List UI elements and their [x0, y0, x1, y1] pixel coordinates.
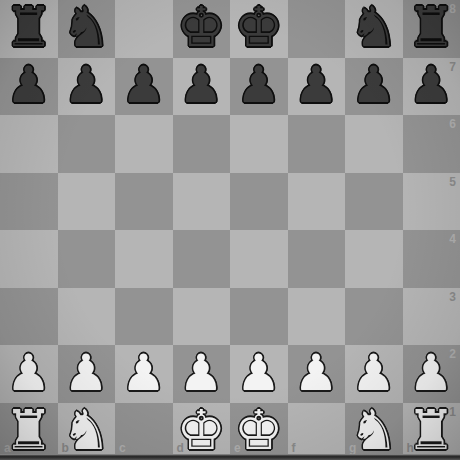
rank-label-4: 4	[449, 233, 456, 245]
chess-board: ♜♞♚♚♞♜8♟♟♟♟♟♟♟♟76543♟♟♟♟♟♟♟♟2♜a♞bc♚d♚ef♞…	[0, 0, 460, 460]
square-g6[interactable]	[345, 115, 403, 173]
square-a2[interactable]: ♟	[0, 345, 58, 403]
square-a1[interactable]: ♜a	[0, 403, 58, 460]
white-pawn-icon[interactable]: ♟	[294, 348, 339, 398]
square-b7[interactable]: ♟	[58, 58, 116, 116]
black-king-icon[interactable]: ♚	[234, 0, 283, 55]
square-b2[interactable]: ♟	[58, 345, 116, 403]
square-b6[interactable]	[58, 115, 116, 173]
square-h5[interactable]: 5	[403, 173, 460, 231]
square-d6[interactable]	[173, 115, 231, 173]
rank-label-7: 7	[449, 61, 456, 73]
white-pawn-icon[interactable]: ♟	[236, 348, 281, 398]
square-c4[interactable]	[115, 230, 173, 288]
square-e5[interactable]	[230, 173, 288, 231]
file-label-e: e	[234, 442, 241, 454]
black-pawn-icon[interactable]: ♟	[6, 60, 51, 110]
square-a6[interactable]	[0, 115, 58, 173]
white-pawn-icon[interactable]: ♟	[6, 348, 51, 398]
square-h3[interactable]: 3	[403, 288, 460, 346]
square-a4[interactable]	[0, 230, 58, 288]
square-g8[interactable]: ♞	[345, 0, 403, 58]
square-a5[interactable]	[0, 173, 58, 231]
file-label-g: g	[349, 442, 356, 454]
square-b5[interactable]	[58, 173, 116, 231]
square-b3[interactable]	[58, 288, 116, 346]
white-pawn-icon[interactable]: ♟	[64, 348, 109, 398]
black-rook-icon[interactable]: ♜	[4, 0, 53, 55]
rank-label-1: 1	[449, 406, 456, 418]
white-pawn-icon[interactable]: ♟	[121, 348, 166, 398]
square-c1[interactable]: c	[115, 403, 173, 460]
square-h1[interactable]: ♜1h	[403, 403, 460, 460]
black-pawn-icon[interactable]: ♟	[236, 60, 281, 110]
square-g1[interactable]: ♞g	[345, 403, 403, 460]
square-h2[interactable]: ♟2	[403, 345, 460, 403]
square-g3[interactable]	[345, 288, 403, 346]
black-pawn-icon[interactable]: ♟	[409, 60, 454, 110]
white-pawn-icon[interactable]: ♟	[409, 348, 454, 398]
square-g2[interactable]: ♟	[345, 345, 403, 403]
square-f3[interactable]	[288, 288, 346, 346]
white-pawn-icon[interactable]: ♟	[351, 348, 396, 398]
white-rook-icon[interactable]: ♜	[4, 403, 53, 458]
square-h7[interactable]: ♟7	[403, 58, 460, 116]
square-g7[interactable]: ♟	[345, 58, 403, 116]
square-c6[interactable]	[115, 115, 173, 173]
black-pawn-icon[interactable]: ♟	[121, 60, 166, 110]
board-bottom-edge	[0, 454, 460, 460]
black-knight-icon[interactable]: ♞	[62, 0, 111, 55]
square-d7[interactable]: ♟	[173, 58, 231, 116]
square-f2[interactable]: ♟	[288, 345, 346, 403]
black-king-icon[interactable]: ♚	[177, 0, 226, 55]
square-h8[interactable]: ♜8	[403, 0, 460, 58]
square-e1[interactable]: ♚e	[230, 403, 288, 460]
white-king-icon[interactable]: ♚	[177, 403, 226, 458]
white-knight-icon[interactable]: ♞	[62, 403, 111, 458]
square-c7[interactable]: ♟	[115, 58, 173, 116]
square-d5[interactable]	[173, 173, 231, 231]
black-pawn-icon[interactable]: ♟	[64, 60, 109, 110]
black-pawn-icon[interactable]: ♟	[294, 60, 339, 110]
square-d3[interactable]	[173, 288, 231, 346]
square-b4[interactable]	[58, 230, 116, 288]
square-b1[interactable]: ♞b	[58, 403, 116, 460]
square-a3[interactable]	[0, 288, 58, 346]
file-label-h: h	[407, 442, 414, 454]
square-d4[interactable]	[173, 230, 231, 288]
square-f1[interactable]: f	[288, 403, 346, 460]
white-knight-icon[interactable]: ♞	[349, 403, 398, 458]
square-a7[interactable]: ♟	[0, 58, 58, 116]
square-e8[interactable]: ♚	[230, 0, 288, 58]
file-label-f: f	[292, 442, 296, 454]
file-label-d: d	[177, 442, 184, 454]
black-knight-icon[interactable]: ♞	[349, 0, 398, 55]
square-e3[interactable]	[230, 288, 288, 346]
square-b8[interactable]: ♞	[58, 0, 116, 58]
square-c2[interactable]: ♟	[115, 345, 173, 403]
file-label-b: b	[62, 442, 69, 454]
square-e7[interactable]: ♟	[230, 58, 288, 116]
square-e2[interactable]: ♟	[230, 345, 288, 403]
square-a8[interactable]: ♜	[0, 0, 58, 58]
file-label-a: a	[4, 442, 11, 454]
square-c5[interactable]	[115, 173, 173, 231]
square-e4[interactable]	[230, 230, 288, 288]
black-pawn-icon[interactable]: ♟	[179, 60, 224, 110]
rank-label-5: 5	[449, 176, 456, 188]
square-f4[interactable]	[288, 230, 346, 288]
rank-label-6: 6	[449, 118, 456, 130]
square-c3[interactable]	[115, 288, 173, 346]
square-f5[interactable]	[288, 173, 346, 231]
square-c8[interactable]	[115, 0, 173, 58]
square-d2[interactable]: ♟	[173, 345, 231, 403]
white-pawn-icon[interactable]: ♟	[179, 348, 224, 398]
rank-label-2: 2	[449, 348, 456, 360]
square-h4[interactable]: 4	[403, 230, 460, 288]
square-d8[interactable]: ♚	[173, 0, 231, 58]
rank-label-3: 3	[449, 291, 456, 303]
chessboard-screenshot: ♜♞♚♚♞♜8♟♟♟♟♟♟♟♟76543♟♟♟♟♟♟♟♟2♜a♞bc♚d♚ef♞…	[0, 0, 460, 460]
square-e6[interactable]	[230, 115, 288, 173]
square-g4[interactable]	[345, 230, 403, 288]
black-pawn-icon[interactable]: ♟	[351, 60, 396, 110]
square-h6[interactable]: 6	[403, 115, 460, 173]
square-f8[interactable]	[288, 0, 346, 58]
rank-label-8: 8	[449, 3, 456, 15]
square-d1[interactable]: ♚d	[173, 403, 231, 460]
square-f7[interactable]: ♟	[288, 58, 346, 116]
white-king-icon[interactable]: ♚	[234, 403, 283, 458]
square-g5[interactable]	[345, 173, 403, 231]
file-label-c: c	[119, 442, 126, 454]
square-f6[interactable]	[288, 115, 346, 173]
